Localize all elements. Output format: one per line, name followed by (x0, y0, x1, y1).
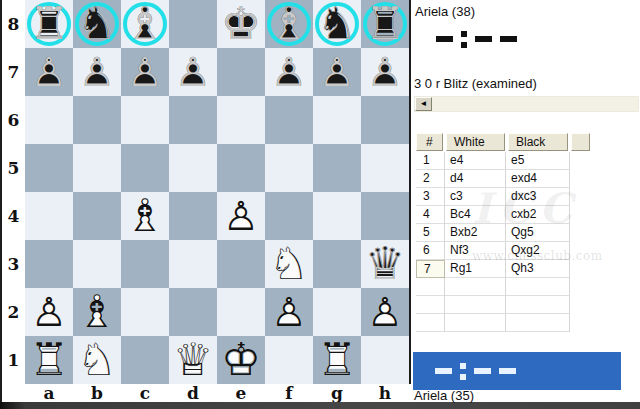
square-h8[interactable]: ♜♖ (361, 0, 409, 48)
file-label-d: d (169, 384, 217, 402)
white-pawn[interactable]: ♟♙ (361, 288, 409, 336)
file-label-h: h (361, 384, 409, 402)
rank-labels: 87654321 (2, 0, 25, 384)
move-cell[interactable]: Nf3 (445, 242, 506, 260)
square-e3[interactable] (217, 240, 265, 288)
square-a5[interactable] (25, 144, 73, 192)
square-b1[interactable]: ♞♘ (73, 336, 121, 384)
square-a1[interactable]: ♜♖ (25, 336, 73, 384)
empty-move-cell (416, 314, 445, 332)
move-cell[interactable]: dxc3 (506, 188, 570, 206)
clock-dash (436, 36, 453, 42)
square-e4[interactable]: ♟♙ (217, 192, 265, 240)
square-g6[interactable] (313, 96, 361, 144)
file-label-e: e (217, 384, 265, 402)
move-cell[interactable]: Qh3 (506, 260, 570, 278)
square-e6[interactable] (217, 96, 265, 144)
move-col-header-white: White (446, 133, 505, 151)
black-knight[interactable]: ♞♘ (73, 0, 121, 48)
square-b6[interactable] (73, 96, 121, 144)
square-a8[interactable]: ♜♖ (25, 0, 73, 48)
file-label-a: a (25, 384, 73, 402)
square-c2[interactable] (121, 288, 169, 336)
chess-board[interactable]: ♜♖♞♘♝♗♚♔♝♗♞♘♜♖♟♙♟♙♟♙♟♙♟♙♟♙♟♙♝♗♟♙♞♘♛♕♟♙♝♗… (25, 0, 411, 384)
clock-dash (435, 368, 452, 374)
move-list[interactable]: 1e4e52d4exd43c3dxc34Bc4cxb25Bxb2Qg56Nf3Q… (416, 152, 570, 332)
square-c4[interactable]: ♝♗ (121, 192, 169, 240)
file-label-g: g (313, 384, 361, 402)
square-c8[interactable]: ♝♗ (121, 0, 169, 48)
square-a6[interactable] (25, 96, 73, 144)
square-d7[interactable]: ♟♙ (169, 48, 217, 96)
rank-label-7: 7 (2, 48, 25, 96)
square-f8[interactable]: ♝♗ (265, 0, 313, 48)
rank-label-5: 5 (2, 144, 25, 192)
square-g5[interactable] (313, 144, 361, 192)
white-rook[interactable]: ♜♖ (25, 336, 73, 384)
scroll-left-button[interactable]: ◄ (415, 97, 432, 111)
rank-label-1: 1 (2, 336, 25, 384)
move-cell[interactable]: e4 (445, 152, 506, 170)
square-h7[interactable]: ♟♙ (361, 48, 409, 96)
opponent-clock (436, 31, 517, 47)
move-col-header-extra (571, 133, 590, 151)
white-pawn[interactable]: ♟♙ (25, 288, 73, 336)
move-cell[interactable]: exd4 (506, 170, 570, 188)
empty-move-cell (506, 296, 570, 314)
move-cell[interactable]: d4 (445, 170, 506, 188)
square-g2[interactable] (313, 288, 361, 336)
player-clock-box (413, 352, 621, 390)
square-c1[interactable] (121, 336, 169, 384)
move-cell[interactable]: Rg1 (445, 260, 506, 278)
square-e1[interactable]: ♚♔ (217, 336, 265, 384)
rank-label-2: 2 (2, 288, 25, 336)
square-b2[interactable]: ♝♗ (73, 288, 121, 336)
square-g1[interactable]: ♜♖ (313, 336, 361, 384)
black-queen[interactable]: ♛♕ (361, 240, 409, 288)
empty-move-cell (416, 296, 445, 314)
white-rook[interactable]: ♜♖ (313, 336, 361, 384)
square-a4[interactable] (25, 192, 73, 240)
white-knight[interactable]: ♞♘ (265, 240, 313, 288)
move-cell[interactable]: Qg5 (506, 224, 570, 242)
square-d5[interactable] (169, 144, 217, 192)
square-f5[interactable] (265, 144, 313, 192)
rank-label-6: 6 (2, 96, 25, 144)
square-a7[interactable]: ♟♙ (25, 48, 73, 96)
white-king[interactable]: ♚♔ (217, 336, 265, 384)
square-c7[interactable]: ♟♙ (121, 48, 169, 96)
clock-dash (500, 36, 517, 42)
move-list-header: #WhiteBlack (416, 133, 590, 151)
player-clock (435, 363, 516, 379)
file-labels: abcdefgh (25, 384, 409, 402)
clock-colon (461, 31, 467, 48)
move-number[interactable]: 5 (416, 224, 445, 242)
empty-move-cell (506, 314, 570, 332)
file-label-b: b (73, 384, 121, 402)
file-label-f: f (265, 384, 313, 402)
white-pawn[interactable]: ♟♙ (265, 288, 313, 336)
black-bishop[interactable]: ♝♗ (265, 0, 313, 48)
square-b4[interactable] (73, 192, 121, 240)
move-cell[interactable]: cxb2 (506, 206, 570, 224)
square-g8[interactable]: ♞♘ (313, 0, 361, 48)
square-a3[interactable] (25, 240, 73, 288)
clock-dash (475, 36, 492, 42)
opponent-name: Ariela (38) (415, 4, 475, 19)
black-pawn[interactable]: ♟♙ (361, 48, 409, 96)
square-b7[interactable]: ♟♙ (73, 48, 121, 96)
empty-move-cell (445, 314, 506, 332)
player-name: Ariela (35) (414, 388, 474, 403)
move-scrollbar[interactable]: ◄ (414, 96, 639, 112)
square-h1[interactable] (361, 336, 409, 384)
square-d3[interactable] (169, 240, 217, 288)
square-g7[interactable]: ♟♙ (313, 48, 361, 96)
move-number[interactable]: 3 (416, 188, 445, 206)
move-cell[interactable]: Bxb2 (445, 224, 506, 242)
white-knight[interactable]: ♞♘ (73, 336, 121, 384)
clock-dash (499, 368, 516, 374)
square-b8[interactable]: ♞♘ (73, 0, 121, 48)
square-a2[interactable]: ♟♙ (25, 288, 73, 336)
square-g3[interactable] (313, 240, 361, 288)
move-number[interactable]: 4 (416, 206, 445, 224)
square-h4[interactable] (361, 192, 409, 240)
move-cell[interactable]: Qxg2 (506, 242, 570, 260)
square-b5[interactable] (73, 144, 121, 192)
move-col-header-black: Black (508, 133, 568, 151)
black-pawn[interactable]: ♟♙ (169, 48, 217, 96)
file-label-c: c (121, 384, 169, 402)
clock-colon (460, 363, 466, 380)
square-f3[interactable]: ♞♘ (265, 240, 313, 288)
black-bishop[interactable]: ♝♗ (121, 0, 169, 48)
chess-app-window: 87654321 ♜♖♞♘♝♗♚♔♝♗♞♘♜♖♟♙♟♙♟♙♟♙♟♙♟♙♟♙♝♗♟… (0, 0, 640, 409)
square-g4[interactable] (313, 192, 361, 240)
move-number[interactable]: 1 (416, 152, 445, 170)
black-pawn[interactable]: ♟♙ (265, 48, 313, 96)
move-cell[interactable]: e5 (506, 152, 570, 170)
square-e8[interactable]: ♚♔ (217, 0, 265, 48)
empty-move-cell (506, 278, 570, 296)
black-rook[interactable]: ♜♖ (25, 0, 73, 48)
square-f2[interactable]: ♟♙ (265, 288, 313, 336)
square-c5[interactable] (121, 144, 169, 192)
black-knight[interactable]: ♞♘ (313, 0, 361, 48)
window-bottom-edge (0, 402, 640, 409)
move-col-header-num: # (416, 133, 443, 151)
square-d4[interactable] (169, 192, 217, 240)
move-number[interactable]: 6 (416, 242, 445, 260)
rank-label-3: 3 (2, 240, 25, 288)
left-arrow-icon: ◄ (420, 100, 428, 108)
square-f6[interactable] (265, 96, 313, 144)
square-c3[interactable] (121, 240, 169, 288)
square-d6[interactable] (169, 96, 217, 144)
rank-label-8: 8 (2, 0, 25, 48)
square-h5[interactable] (361, 144, 409, 192)
square-h3[interactable]: ♛♕ (361, 240, 409, 288)
square-e2[interactable] (217, 288, 265, 336)
black-rook[interactable]: ♜♖ (361, 0, 409, 48)
black-king[interactable]: ♚♔ (217, 0, 265, 48)
move-cell[interactable]: c3 (445, 188, 506, 206)
black-pawn[interactable]: ♟♙ (121, 48, 169, 96)
clock-dash (474, 368, 491, 374)
white-bishop[interactable]: ♝♗ (73, 288, 121, 336)
side-panel: Ariela (38) 3 0 r Blitz (examined) ◄ #Wh… (412, 0, 640, 402)
square-h2[interactable]: ♟♙ (361, 288, 409, 336)
square-c6[interactable] (121, 96, 169, 144)
square-e5[interactable] (217, 144, 265, 192)
square-f1[interactable] (265, 336, 313, 384)
black-pawn[interactable]: ♟♙ (313, 48, 361, 96)
empty-move-cell (416, 278, 445, 296)
move-number[interactable]: 2 (416, 170, 445, 188)
square-f7[interactable]: ♟♙ (265, 48, 313, 96)
game-type-label: 3 0 r Blitz (examined) (414, 76, 537, 91)
square-b3[interactable] (73, 240, 121, 288)
white-queen[interactable]: ♛♕ (169, 336, 217, 384)
square-h6[interactable] (361, 96, 409, 144)
square-d2[interactable] (169, 288, 217, 336)
square-d8[interactable] (169, 0, 217, 48)
rank-label-4: 4 (2, 192, 25, 240)
black-pawn[interactable]: ♟♙ (73, 48, 121, 96)
white-bishop[interactable]: ♝♗ (121, 192, 169, 240)
square-e7[interactable] (217, 48, 265, 96)
white-pawn[interactable]: ♟♙ (217, 192, 265, 240)
empty-move-cell (445, 278, 506, 296)
square-d1[interactable]: ♛♕ (169, 336, 217, 384)
square-f4[interactable] (265, 192, 313, 240)
black-pawn[interactable]: ♟♙ (25, 48, 73, 96)
empty-move-cell (445, 296, 506, 314)
move-number[interactable]: 7 (416, 260, 445, 278)
move-cell[interactable]: Bc4 (445, 206, 506, 224)
